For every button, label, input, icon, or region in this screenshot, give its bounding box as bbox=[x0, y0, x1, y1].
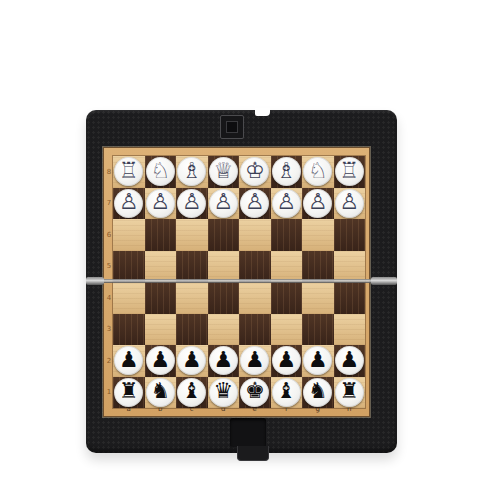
square-d3[interactable] bbox=[208, 314, 240, 346]
black-pawn-icon: ♟ bbox=[119, 349, 139, 371]
case-latch-button bbox=[220, 115, 244, 139]
piece-white-king-e8[interactable]: ♔ bbox=[240, 157, 269, 186]
black-rook-icon: ♜ bbox=[119, 380, 139, 402]
piece-white-pawn-g7[interactable]: ♙ bbox=[303, 189, 332, 218]
square-b1[interactable]: ♞ bbox=[145, 377, 177, 409]
square-f4[interactable] bbox=[271, 282, 303, 314]
square-e5[interactable] bbox=[239, 251, 271, 283]
square-d1[interactable]: ♛ bbox=[208, 377, 240, 409]
piece-white-pawn-f7[interactable]: ♙ bbox=[272, 189, 301, 218]
rank-label-7: 7 bbox=[105, 188, 113, 220]
square-a7[interactable]: ♙ bbox=[113, 188, 145, 220]
square-g2[interactable]: ♟ bbox=[302, 345, 334, 377]
square-h6[interactable] bbox=[334, 219, 366, 251]
square-c6[interactable] bbox=[176, 219, 208, 251]
white-king-icon: ♔ bbox=[245, 160, 265, 182]
piece-white-pawn-c7[interactable]: ♙ bbox=[177, 189, 206, 218]
piece-black-bishop-f1[interactable]: ♝ bbox=[272, 378, 301, 407]
square-g5[interactable] bbox=[302, 251, 334, 283]
piece-black-queen-d1[interactable]: ♛ bbox=[209, 378, 238, 407]
product-photo-scene: 87654321 abcdefgh ♖♘♗♕♔♗♘♖♙♙♙♙♙♙♙♙♟♟♟♟♟♟… bbox=[0, 0, 500, 500]
square-g3[interactable] bbox=[302, 314, 334, 346]
chess-case: 87654321 abcdefgh ♖♘♗♕♔♗♘♖♙♙♙♙♙♙♙♙♟♟♟♟♟♟… bbox=[86, 110, 397, 453]
rank-label-5: 5 bbox=[105, 251, 113, 283]
square-g4[interactable] bbox=[302, 282, 334, 314]
piece-black-pawn-e2[interactable]: ♟ bbox=[240, 346, 269, 375]
square-f2[interactable]: ♟ bbox=[271, 345, 303, 377]
square-g7[interactable]: ♙ bbox=[302, 188, 334, 220]
square-e4[interactable] bbox=[239, 282, 271, 314]
black-pawn-icon: ♟ bbox=[150, 349, 170, 371]
white-bishop-icon: ♗ bbox=[182, 160, 202, 182]
black-bishop-icon: ♝ bbox=[182, 380, 202, 402]
black-knight-icon: ♞ bbox=[308, 380, 328, 402]
square-c4[interactable] bbox=[176, 282, 208, 314]
piece-black-rook-a1[interactable]: ♜ bbox=[114, 378, 143, 407]
square-f8[interactable]: ♗ bbox=[271, 156, 303, 188]
piece-black-rook-h1[interactable]: ♜ bbox=[335, 378, 364, 407]
white-rook-icon: ♖ bbox=[119, 160, 139, 182]
square-e2[interactable]: ♟ bbox=[239, 345, 271, 377]
rank-label-2: 2 bbox=[105, 345, 113, 377]
white-knight-icon: ♘ bbox=[308, 160, 328, 182]
rank-label-8: 8 bbox=[105, 156, 113, 188]
white-pawn-icon: ♙ bbox=[182, 191, 202, 213]
fold-seam bbox=[86, 279, 397, 283]
piece-black-pawn-a2[interactable]: ♟ bbox=[114, 346, 143, 375]
piece-white-pawn-e7[interactable]: ♙ bbox=[240, 189, 269, 218]
square-f1[interactable]: ♝ bbox=[271, 377, 303, 409]
square-c5[interactable] bbox=[176, 251, 208, 283]
piece-white-pawn-d7[interactable]: ♙ bbox=[209, 189, 238, 218]
white-pawn-icon: ♙ bbox=[308, 191, 328, 213]
square-b3[interactable] bbox=[145, 314, 177, 346]
square-e7[interactable]: ♙ bbox=[239, 188, 271, 220]
square-e6[interactable] bbox=[239, 219, 271, 251]
black-king-icon: ♚ bbox=[245, 380, 265, 402]
piece-black-pawn-b2[interactable]: ♟ bbox=[146, 346, 175, 375]
case-clasp bbox=[237, 446, 269, 461]
black-bishop-icon: ♝ bbox=[276, 380, 296, 402]
piece-black-knight-b1[interactable]: ♞ bbox=[146, 378, 175, 407]
square-b7[interactable]: ♙ bbox=[145, 188, 177, 220]
piece-white-pawn-a7[interactable]: ♙ bbox=[114, 189, 143, 218]
square-h5[interactable] bbox=[334, 251, 366, 283]
white-pawn-icon: ♙ bbox=[150, 191, 170, 213]
square-d7[interactable]: ♙ bbox=[208, 188, 240, 220]
white-pawn-icon: ♙ bbox=[213, 191, 233, 213]
square-b6[interactable] bbox=[145, 219, 177, 251]
rank-label-4: 4 bbox=[105, 282, 113, 314]
square-f7[interactable]: ♙ bbox=[271, 188, 303, 220]
piece-white-bishop-f8[interactable]: ♗ bbox=[272, 157, 301, 186]
piece-white-knight-g8[interactable]: ♘ bbox=[303, 157, 332, 186]
square-c8[interactable]: ♗ bbox=[176, 156, 208, 188]
square-e3[interactable] bbox=[239, 314, 271, 346]
black-rook-icon: ♜ bbox=[339, 380, 359, 402]
square-c2[interactable]: ♟ bbox=[176, 345, 208, 377]
square-a1[interactable]: ♜ bbox=[113, 377, 145, 409]
piece-black-pawn-h2[interactable]: ♟ bbox=[335, 346, 364, 375]
square-b8[interactable]: ♘ bbox=[145, 156, 177, 188]
white-queen-icon: ♕ bbox=[213, 160, 233, 182]
piece-black-king-e1[interactable]: ♚ bbox=[240, 378, 269, 407]
case-top-notch bbox=[255, 108, 270, 116]
black-pawn-icon: ♟ bbox=[339, 349, 359, 371]
piece-white-bishop-c8[interactable]: ♗ bbox=[177, 157, 206, 186]
square-b4[interactable] bbox=[145, 282, 177, 314]
clasp-recess bbox=[230, 418, 266, 448]
square-g6[interactable] bbox=[302, 219, 334, 251]
piece-white-pawn-h7[interactable]: ♙ bbox=[335, 189, 364, 218]
square-c7[interactable]: ♙ bbox=[176, 188, 208, 220]
white-pawn-icon: ♙ bbox=[339, 191, 359, 213]
square-d5[interactable] bbox=[208, 251, 240, 283]
left-hinge bbox=[86, 277, 104, 285]
square-h2[interactable]: ♟ bbox=[334, 345, 366, 377]
latch-button-detail bbox=[226, 121, 238, 133]
white-pawn-icon: ♙ bbox=[119, 191, 139, 213]
square-h1[interactable]: ♜ bbox=[334, 377, 366, 409]
white-pawn-icon: ♙ bbox=[276, 191, 296, 213]
square-a4[interactable] bbox=[113, 282, 145, 314]
square-g8[interactable]: ♘ bbox=[302, 156, 334, 188]
square-d4[interactable] bbox=[208, 282, 240, 314]
square-a8[interactable]: ♖ bbox=[113, 156, 145, 188]
black-pawn-icon: ♟ bbox=[276, 349, 296, 371]
square-d2[interactable]: ♟ bbox=[208, 345, 240, 377]
square-h7[interactable]: ♙ bbox=[334, 188, 366, 220]
square-f6[interactable] bbox=[271, 219, 303, 251]
square-b2[interactable]: ♟ bbox=[145, 345, 177, 377]
piece-black-pawn-c2[interactable]: ♟ bbox=[177, 346, 206, 375]
square-e1[interactable]: ♚ bbox=[239, 377, 271, 409]
white-bishop-icon: ♗ bbox=[276, 160, 296, 182]
piece-white-pawn-b7[interactable]: ♙ bbox=[146, 189, 175, 218]
rank-label-1: 1 bbox=[105, 377, 113, 409]
black-pawn-icon: ♟ bbox=[308, 349, 328, 371]
black-knight-icon: ♞ bbox=[150, 380, 170, 402]
square-g1[interactable]: ♞ bbox=[302, 377, 334, 409]
square-a2[interactable]: ♟ bbox=[113, 345, 145, 377]
square-a6[interactable] bbox=[113, 219, 145, 251]
piece-white-rook-h8[interactable]: ♖ bbox=[335, 157, 364, 186]
square-d6[interactable] bbox=[208, 219, 240, 251]
square-a3[interactable] bbox=[113, 314, 145, 346]
square-b5[interactable] bbox=[145, 251, 177, 283]
piece-black-bishop-c1[interactable]: ♝ bbox=[177, 378, 206, 407]
right-hinge bbox=[371, 277, 397, 285]
square-a5[interactable] bbox=[113, 251, 145, 283]
square-c1[interactable]: ♝ bbox=[176, 377, 208, 409]
piece-white-queen-d8[interactable]: ♕ bbox=[209, 157, 238, 186]
square-h3[interactable] bbox=[334, 314, 366, 346]
square-h8[interactable]: ♖ bbox=[334, 156, 366, 188]
black-pawn-icon: ♟ bbox=[213, 349, 233, 371]
piece-black-pawn-g2[interactable]: ♟ bbox=[303, 346, 332, 375]
black-queen-icon: ♛ bbox=[213, 380, 233, 402]
piece-white-rook-a8[interactable]: ♖ bbox=[114, 157, 143, 186]
white-pawn-icon: ♙ bbox=[245, 191, 265, 213]
square-f3[interactable] bbox=[271, 314, 303, 346]
piece-black-knight-g1[interactable]: ♞ bbox=[303, 378, 332, 407]
rank-label-3: 3 bbox=[105, 314, 113, 346]
square-d8[interactable]: ♕ bbox=[208, 156, 240, 188]
square-c3[interactable] bbox=[176, 314, 208, 346]
white-rook-icon: ♖ bbox=[339, 160, 359, 182]
square-f5[interactable] bbox=[271, 251, 303, 283]
piece-black-pawn-f2[interactable]: ♟ bbox=[272, 346, 301, 375]
black-pawn-icon: ♟ bbox=[245, 349, 265, 371]
piece-white-knight-b8[interactable]: ♘ bbox=[146, 157, 175, 186]
rank-label-6: 6 bbox=[105, 219, 113, 251]
white-knight-icon: ♘ bbox=[150, 160, 170, 182]
square-e8[interactable]: ♔ bbox=[239, 156, 271, 188]
square-h4[interactable] bbox=[334, 282, 366, 314]
piece-black-pawn-d2[interactable]: ♟ bbox=[209, 346, 238, 375]
black-pawn-icon: ♟ bbox=[182, 349, 202, 371]
